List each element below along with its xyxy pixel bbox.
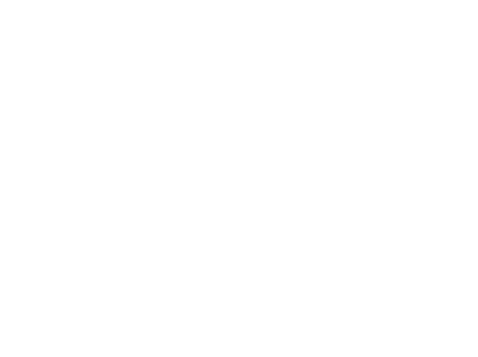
product-photo-stage xyxy=(0,0,478,357)
game-case-scene-svg xyxy=(0,0,478,357)
